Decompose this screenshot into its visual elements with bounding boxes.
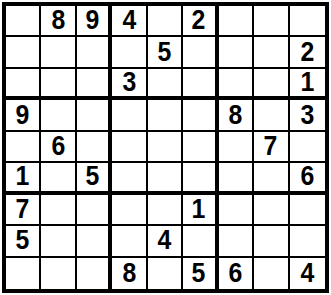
cell-r9c6[interactable]: 5 [183, 258, 218, 289]
cell-r2c2[interactable] [41, 37, 76, 68]
given-digit: 7 [264, 133, 278, 160]
cell-r8c8[interactable] [254, 226, 289, 257]
cell-r9c9[interactable]: 4 [290, 258, 325, 289]
cell-r1c6[interactable]: 2 [183, 6, 218, 37]
cell-r3c6[interactable] [183, 69, 218, 100]
cell-r2c9[interactable]: 2 [290, 37, 325, 68]
cell-r8c5[interactable]: 4 [148, 226, 183, 257]
cell-r5c4[interactable] [112, 132, 147, 163]
cell-r3c7[interactable] [219, 69, 254, 100]
cell-r9c7[interactable]: 6 [219, 258, 254, 289]
cell-r2c4[interactable] [112, 37, 147, 68]
cell-r1c8[interactable] [254, 6, 289, 37]
cell-r9c4[interactable]: 8 [112, 258, 147, 289]
cell-r7c3[interactable] [77, 195, 112, 226]
cell-r5c7[interactable] [219, 132, 254, 163]
given-digit: 1 [192, 196, 206, 223]
cell-r8c4[interactable] [112, 226, 147, 257]
cell-r4c4[interactable] [112, 100, 147, 131]
cell-r5c3[interactable] [77, 132, 112, 163]
cell-r1c3[interactable]: 9 [77, 6, 112, 37]
cell-r6c9[interactable]: 6 [290, 163, 325, 194]
cell-r4c1[interactable]: 9 [6, 100, 41, 131]
cell-r4c7[interactable]: 8 [219, 100, 254, 131]
given-digit: 1 [16, 163, 30, 190]
given-digit: 4 [158, 227, 172, 254]
given-digit: 7 [16, 196, 30, 223]
cell-r9c5[interactable] [148, 258, 183, 289]
given-digit: 5 [86, 163, 100, 190]
cell-r2c7[interactable] [219, 37, 254, 68]
cell-r5c6[interactable] [183, 132, 218, 163]
cell-r3c8[interactable] [254, 69, 289, 100]
cell-r2c1[interactable] [6, 37, 41, 68]
cell-r7c8[interactable] [254, 195, 289, 226]
given-digit: 5 [158, 39, 172, 66]
cell-r3c3[interactable] [77, 69, 112, 100]
given-digit: 4 [122, 7, 136, 34]
cell-r6c8[interactable] [254, 163, 289, 194]
given-digit: 8 [51, 7, 65, 34]
given-digit: 2 [192, 7, 206, 34]
given-digit: 8 [122, 260, 136, 287]
cell-r8c9[interactable] [290, 226, 325, 257]
cell-r8c3[interactable] [77, 226, 112, 257]
cell-r3c5[interactable] [148, 69, 183, 100]
cell-r6c3[interactable]: 5 [77, 163, 112, 194]
cell-r1c1[interactable] [6, 6, 41, 37]
cell-r5c8[interactable]: 7 [254, 132, 289, 163]
given-digit: 4 [300, 260, 314, 287]
cell-r4c9[interactable]: 3 [290, 100, 325, 131]
cell-r3c1[interactable] [6, 69, 41, 100]
given-digit: 5 [192, 260, 206, 287]
cell-r5c9[interactable] [290, 132, 325, 163]
cell-r6c5[interactable] [148, 163, 183, 194]
cell-r7c7[interactable] [219, 195, 254, 226]
given-digit: 2 [300, 39, 314, 66]
cell-r4c3[interactable] [77, 100, 112, 131]
sudoku-board: 894252319836715671548564 [2, 2, 329, 293]
cell-r6c1[interactable]: 1 [6, 163, 41, 194]
cell-r9c8[interactable] [254, 258, 289, 289]
cell-r8c6[interactable] [183, 226, 218, 257]
given-digit: 6 [300, 163, 314, 190]
cell-r1c2[interactable]: 8 [41, 6, 76, 37]
cell-r6c2[interactable] [41, 163, 76, 194]
given-digit: 3 [122, 69, 136, 96]
given-digit: 9 [86, 7, 100, 34]
cell-r7c5[interactable] [148, 195, 183, 226]
cell-r6c6[interactable] [183, 163, 218, 194]
given-digit: 6 [228, 260, 242, 287]
cell-r3c9[interactable]: 1 [290, 69, 325, 100]
cell-r7c2[interactable] [41, 195, 76, 226]
cell-r2c5[interactable]: 5 [148, 37, 183, 68]
given-digit: 6 [51, 133, 65, 160]
cell-r1c4[interactable]: 4 [112, 6, 147, 37]
given-digit: 3 [300, 102, 314, 129]
cell-r1c5[interactable] [148, 6, 183, 37]
cell-r2c8[interactable] [254, 37, 289, 68]
cell-r8c1[interactable]: 5 [6, 226, 41, 257]
cell-r4c8[interactable] [254, 100, 289, 131]
cell-r5c1[interactable] [6, 132, 41, 163]
cell-r4c5[interactable] [148, 100, 183, 131]
cell-r6c7[interactable] [219, 163, 254, 194]
cell-r6c4[interactable] [112, 163, 147, 194]
cell-r5c5[interactable] [148, 132, 183, 163]
given-digit: 9 [16, 102, 30, 129]
cell-r8c2[interactable] [41, 226, 76, 257]
cell-r9c2[interactable] [41, 258, 76, 289]
cell-r7c6[interactable]: 1 [183, 195, 218, 226]
cell-r7c9[interactable] [290, 195, 325, 226]
given-digit: 1 [300, 69, 314, 96]
cell-r4c2[interactable] [41, 100, 76, 131]
cell-r1c7[interactable] [219, 6, 254, 37]
cell-r7c1[interactable]: 7 [6, 195, 41, 226]
given-digit: 8 [228, 102, 242, 129]
cell-r1c9[interactable] [290, 6, 325, 37]
cell-r8c7[interactable] [219, 226, 254, 257]
given-digit: 5 [16, 227, 30, 254]
cell-r7c4[interactable] [112, 195, 147, 226]
cell-r2c3[interactable] [77, 37, 112, 68]
cell-r2c6[interactable] [183, 37, 218, 68]
cell-r5c2[interactable]: 6 [41, 132, 76, 163]
cell-r3c2[interactable] [41, 69, 76, 100]
cell-r3c4[interactable]: 3 [112, 69, 147, 100]
cell-r9c3[interactable] [77, 258, 112, 289]
cell-r9c1[interactable] [6, 258, 41, 289]
cell-r4c6[interactable] [183, 100, 218, 131]
